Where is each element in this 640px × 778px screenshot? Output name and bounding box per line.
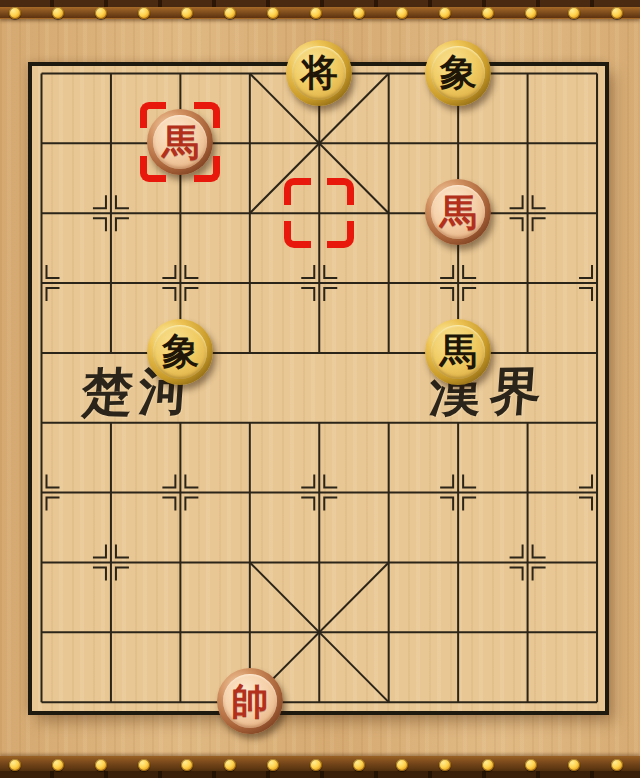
piece-black-elephant[interactable]: 象 <box>425 40 491 106</box>
piece-red-general[interactable]: 帥 <box>217 668 283 734</box>
piece-glyph-red-horse: 馬 <box>440 194 477 231</box>
piece-glyph-black-horse: 馬 <box>440 333 477 370</box>
brass-stud <box>310 7 322 19</box>
bottom-wood-rail <box>0 756 640 778</box>
piece-black-elephant[interactable]: 象 <box>147 319 213 385</box>
brass-stud <box>525 7 537 19</box>
xiangqi-app: 楚河 漢界 将象馬馬象馬帥 <box>0 0 640 778</box>
brass-stud <box>611 759 623 771</box>
brass-stud <box>224 7 236 19</box>
brass-stud <box>482 759 494 771</box>
brass-stud <box>181 7 193 19</box>
brass-stud <box>611 7 623 19</box>
piece-glyph-black-elephant: 象 <box>162 333 199 370</box>
brass-stud <box>396 7 408 19</box>
brass-stud <box>439 759 451 771</box>
brass-stud <box>52 7 64 19</box>
brass-stud <box>353 759 365 771</box>
brass-stud <box>267 759 279 771</box>
brass-stud <box>181 759 193 771</box>
piece-black-general[interactable]: 将 <box>286 40 352 106</box>
brass-stud <box>95 759 107 771</box>
brass-stud <box>568 759 580 771</box>
piece-glyph-red-horse: 馬 <box>162 124 199 161</box>
brass-stud <box>482 7 494 19</box>
brass-stud <box>568 7 580 19</box>
brass-stud <box>52 759 64 771</box>
top-wood-rail <box>0 0 640 19</box>
piece-glyph-black-elephant: 象 <box>440 54 477 91</box>
brass-stud <box>439 7 451 19</box>
brass-stud <box>9 7 21 19</box>
brass-stud <box>138 7 150 19</box>
piece-glyph-black-general: 将 <box>301 54 338 91</box>
brass-stud <box>353 7 365 19</box>
brass-stud <box>310 759 322 771</box>
piece-red-horse[interactable]: 馬 <box>425 179 491 245</box>
brass-stud <box>138 759 150 771</box>
brass-stud <box>267 7 279 19</box>
brass-stud <box>9 759 21 771</box>
top-rail-planks <box>0 0 640 7</box>
brass-stud <box>525 759 537 771</box>
bottom-rail-planks <box>0 771 640 778</box>
xiangqi-board[interactable] <box>28 62 609 715</box>
brass-stud <box>95 7 107 19</box>
piece-black-horse[interactable]: 馬 <box>425 319 491 385</box>
brass-stud <box>224 759 236 771</box>
piece-glyph-red-general: 帥 <box>231 683 268 720</box>
brass-stud <box>396 759 408 771</box>
